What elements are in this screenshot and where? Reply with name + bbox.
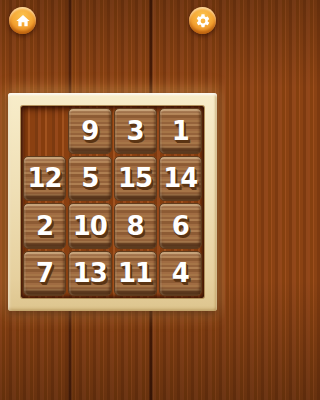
puzzle-tile[interactable]: 9 xyxy=(68,108,111,154)
puzzle-tile[interactable]: 13 xyxy=(68,251,111,297)
puzzle-tile[interactable]: 2 xyxy=(23,203,66,249)
puzzle-board: 9 3 1 12 5 15 14 2 10 8 6 7 13 11 4 xyxy=(21,106,204,298)
puzzle-tile[interactable]: 11 xyxy=(114,251,157,297)
home-icon xyxy=(15,13,31,29)
puzzle-tile[interactable]: 12 xyxy=(23,156,66,202)
settings-button[interactable] xyxy=(189,7,216,34)
puzzle-tile[interactable]: 5 xyxy=(68,156,111,202)
puzzle-tile[interactable]: 8 xyxy=(114,203,157,249)
puzzle-tile[interactable]: 7 xyxy=(23,251,66,297)
puzzle-tile[interactable]: 1 xyxy=(159,108,202,154)
puzzle-tile[interactable]: 3 xyxy=(114,108,157,154)
puzzle-board-frame: 9 3 1 12 5 15 14 2 10 8 6 7 13 11 4 xyxy=(8,93,217,311)
puzzle-tile[interactable]: 6 xyxy=(159,203,202,249)
puzzle-cell-empty xyxy=(23,108,66,154)
puzzle-tile[interactable]: 10 xyxy=(68,203,111,249)
gear-icon xyxy=(195,13,211,29)
puzzle-tile[interactable]: 4 xyxy=(159,251,202,297)
home-button[interactable] xyxy=(9,7,36,34)
puzzle-tile[interactable]: 14 xyxy=(159,156,202,202)
puzzle-tile[interactable]: 15 xyxy=(114,156,157,202)
